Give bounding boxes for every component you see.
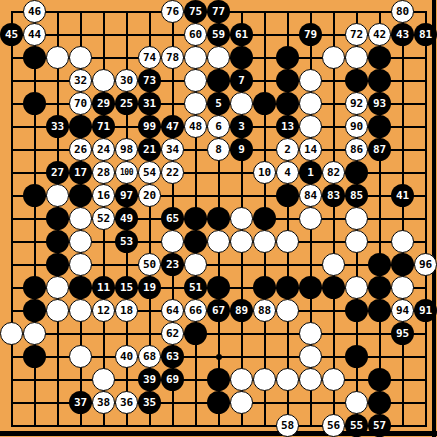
black-stone[interactable] (345, 299, 368, 322)
white-stone[interactable] (253, 368, 276, 391)
white-stone-move-90[interactable]: 90 (345, 115, 368, 138)
white-stone[interactable] (230, 230, 253, 253)
white-stone[interactable] (299, 115, 322, 138)
white-stone[interactable] (322, 46, 345, 69)
white-stone-move-38[interactable]: 38 (92, 391, 115, 414)
black-stone-move-47[interactable]: 47 (161, 115, 184, 138)
white-stone[interactable] (69, 253, 92, 276)
white-stone-move-74[interactable]: 74 (138, 46, 161, 69)
black-stone-move-67[interactable]: 67 (207, 299, 230, 322)
black-stone-move-25[interactable]: 25 (115, 92, 138, 115)
white-stone[interactable] (92, 368, 115, 391)
black-stone[interactable] (368, 69, 391, 92)
white-stone[interactable] (391, 276, 414, 299)
black-stone-move-93[interactable]: 93 (368, 92, 391, 115)
white-stone-move-2[interactable]: 2 (276, 138, 299, 161)
white-stone[interactable] (299, 345, 322, 368)
black-stone-move-39[interactable]: 39 (138, 368, 161, 391)
black-stone[interactable] (207, 207, 230, 230)
white-stone-move-42[interactable]: 42 (368, 23, 391, 46)
black-stone-move-85[interactable]: 85 (345, 184, 368, 207)
black-stone[interactable] (391, 253, 414, 276)
white-stone-move-68[interactable]: 68 (138, 345, 161, 368)
white-stone-move-34[interactable]: 34 (161, 138, 184, 161)
white-stone-move-24[interactable]: 24 (92, 138, 115, 161)
white-stone-move-80[interactable]: 80 (391, 0, 414, 23)
white-stone[interactable] (230, 391, 253, 414)
white-stone-move-52[interactable]: 52 (92, 207, 115, 230)
black-stone-move-55[interactable]: 55 (345, 414, 368, 437)
white-stone[interactable] (253, 230, 276, 253)
black-stone[interactable] (368, 276, 391, 299)
black-stone-move-53[interactable]: 53 (115, 230, 138, 253)
white-stone-move-88[interactable]: 88 (253, 299, 276, 322)
white-stone[interactable] (184, 92, 207, 115)
white-stone-move-18[interactable]: 18 (115, 299, 138, 322)
white-stone[interactable] (345, 230, 368, 253)
white-stone-move-50[interactable]: 50 (138, 253, 161, 276)
white-stone[interactable] (345, 391, 368, 414)
black-stone-move-7[interactable]: 7 (230, 69, 253, 92)
black-stone[interactable] (46, 207, 69, 230)
white-stone-move-60[interactable]: 60 (184, 23, 207, 46)
black-stone-move-5[interactable]: 5 (207, 92, 230, 115)
white-stone-move-36[interactable]: 36 (115, 391, 138, 414)
black-stone-move-71[interactable]: 71 (92, 115, 115, 138)
black-stone-move-89[interactable]: 89 (230, 299, 253, 322)
white-stone[interactable] (46, 299, 69, 322)
black-stone-move-73[interactable]: 73 (138, 69, 161, 92)
black-stone-move-27[interactable]: 27 (46, 161, 69, 184)
black-stone-move-95[interactable]: 95 (391, 322, 414, 345)
black-stone[interactable] (299, 276, 322, 299)
black-stone-move-21[interactable]: 21 (138, 138, 161, 161)
white-stone-move-20[interactable]: 20 (138, 184, 161, 207)
black-stone[interactable] (184, 207, 207, 230)
black-stone[interactable] (276, 276, 299, 299)
black-stone-move-43[interactable]: 43 (391, 23, 414, 46)
white-stone[interactable] (322, 368, 345, 391)
black-stone[interactable] (23, 345, 46, 368)
white-stone[interactable] (92, 69, 115, 92)
white-stone-move-14[interactable]: 14 (299, 138, 322, 161)
white-stone-move-58[interactable]: 58 (276, 414, 299, 437)
black-stone-move-81[interactable]: 81 (414, 23, 437, 46)
white-stone[interactable] (276, 230, 299, 253)
white-stone[interactable] (276, 368, 299, 391)
white-stone-move-70[interactable]: 70 (69, 92, 92, 115)
black-stone-move-23[interactable]: 23 (161, 253, 184, 276)
black-stone-move-69[interactable]: 69 (161, 368, 184, 391)
black-stone-move-31[interactable]: 31 (138, 92, 161, 115)
black-stone-move-45[interactable]: 45 (0, 23, 23, 46)
black-stone[interactable] (345, 69, 368, 92)
black-stone-move-99[interactable]: 99 (138, 115, 161, 138)
black-stone-move-11[interactable]: 11 (92, 276, 115, 299)
white-stone[interactable] (345, 276, 368, 299)
black-stone-move-3[interactable]: 3 (230, 115, 253, 138)
black-stone[interactable] (46, 253, 69, 276)
black-stone-move-49[interactable]: 49 (115, 207, 138, 230)
black-stone[interactable] (253, 92, 276, 115)
white-stone[interactable] (230, 92, 253, 115)
black-stone[interactable] (322, 276, 345, 299)
white-stone[interactable] (46, 184, 69, 207)
black-stone[interactable] (207, 368, 230, 391)
white-stone[interactable] (207, 46, 230, 69)
white-stone-move-4[interactable]: 4 (276, 161, 299, 184)
white-stone-move-78[interactable]: 78 (161, 46, 184, 69)
white-stone[interactable] (161, 230, 184, 253)
white-stone[interactable] (184, 46, 207, 69)
black-stone[interactable] (69, 184, 92, 207)
black-stone-move-19[interactable]: 19 (138, 276, 161, 299)
white-stone[interactable] (322, 253, 345, 276)
white-stone[interactable] (391, 230, 414, 253)
white-stone-move-32[interactable]: 32 (69, 69, 92, 92)
white-stone[interactable] (46, 276, 69, 299)
white-stone-move-8[interactable]: 8 (207, 138, 230, 161)
white-stone-move-46[interactable]: 46 (23, 0, 46, 23)
black-stone[interactable] (230, 46, 253, 69)
black-stone[interactable] (207, 391, 230, 414)
white-stone-move-22[interactable]: 22 (161, 161, 184, 184)
black-stone[interactable] (253, 207, 276, 230)
white-stone[interactable] (299, 69, 322, 92)
go-board[interactable]: 4676757780454460596179724243817478323073… (0, 0, 437, 437)
white-stone[interactable] (299, 368, 322, 391)
white-stone-move-98[interactable]: 98 (115, 138, 138, 161)
white-stone[interactable] (299, 322, 322, 345)
white-stone-move-28[interactable]: 28 (92, 161, 115, 184)
white-stone[interactable] (69, 299, 92, 322)
black-stone-move-57[interactable]: 57 (368, 414, 391, 437)
black-stone[interactable] (368, 115, 391, 138)
white-stone[interactable] (184, 253, 207, 276)
white-stone[interactable] (69, 46, 92, 69)
black-stone-move-1[interactable]: 1 (299, 161, 322, 184)
black-stone-move-33[interactable]: 33 (46, 115, 69, 138)
black-stone[interactable] (207, 276, 230, 299)
black-stone[interactable] (368, 299, 391, 322)
black-stone[interactable] (368, 391, 391, 414)
black-stone-move-15[interactable]: 15 (115, 276, 138, 299)
white-stone-move-26[interactable]: 26 (69, 138, 92, 161)
black-stone[interactable] (276, 92, 299, 115)
black-stone-move-9[interactable]: 9 (230, 138, 253, 161)
black-stone[interactable] (69, 276, 92, 299)
black-stone-move-63[interactable]: 63 (161, 345, 184, 368)
white-stone[interactable] (207, 230, 230, 253)
black-stone-move-79[interactable]: 79 (299, 23, 322, 46)
black-stone-move-91[interactable]: 91 (414, 299, 437, 322)
white-stone-move-6[interactable]: 6 (207, 115, 230, 138)
black-stone-move-97[interactable]: 97 (115, 184, 138, 207)
white-stone-move-84[interactable]: 84 (299, 184, 322, 207)
white-stone[interactable] (46, 46, 69, 69)
white-stone[interactable] (230, 368, 253, 391)
black-stone[interactable] (207, 69, 230, 92)
black-stone-move-87[interactable]: 87 (368, 138, 391, 161)
black-stone-move-61[interactable]: 61 (230, 23, 253, 46)
black-stone-move-41[interactable]: 41 (391, 184, 414, 207)
black-stone-move-37[interactable]: 37 (69, 391, 92, 414)
black-stone-move-35[interactable]: 35 (138, 391, 161, 414)
white-stone[interactable] (276, 299, 299, 322)
black-stone[interactable] (276, 69, 299, 92)
white-stone[interactable] (23, 322, 46, 345)
black-stone[interactable] (23, 276, 46, 299)
white-stone[interactable] (69, 207, 92, 230)
black-stone-move-75[interactable]: 75 (184, 0, 207, 23)
black-stone[interactable] (368, 368, 391, 391)
white-stone-move-82[interactable]: 82 (322, 161, 345, 184)
white-stone-move-10[interactable]: 10 (253, 161, 276, 184)
black-stone[interactable] (368, 46, 391, 69)
black-stone-move-13[interactable]: 13 (276, 115, 299, 138)
white-stone-move-40[interactable]: 40 (115, 345, 138, 368)
white-stone[interactable] (184, 69, 207, 92)
black-stone-move-51[interactable]: 51 (184, 276, 207, 299)
black-stone[interactable] (276, 184, 299, 207)
white-stone-move-76[interactable]: 76 (161, 0, 184, 23)
white-stone[interactable] (345, 207, 368, 230)
white-stone-move-44[interactable]: 44 (23, 23, 46, 46)
black-stone[interactable] (184, 230, 207, 253)
black-stone[interactable] (253, 276, 276, 299)
white-stone-move-62[interactable]: 62 (161, 322, 184, 345)
black-stone-move-65[interactable]: 65 (161, 207, 184, 230)
black-stone[interactable] (23, 299, 46, 322)
black-stone[interactable] (345, 161, 368, 184)
white-stone-move-100[interactable]: 100 (115, 161, 138, 184)
black-stone[interactable] (276, 46, 299, 69)
white-stone[interactable] (69, 345, 92, 368)
white-stone[interactable] (230, 207, 253, 230)
black-stone[interactable] (23, 184, 46, 207)
white-stone[interactable] (299, 207, 322, 230)
white-stone[interactable] (0, 322, 23, 345)
black-stone[interactable] (368, 253, 391, 276)
white-stone-move-92[interactable]: 92 (345, 92, 368, 115)
white-stone-move-30[interactable]: 30 (115, 69, 138, 92)
black-stone-move-59[interactable]: 59 (207, 23, 230, 46)
white-stone[interactable] (69, 230, 92, 253)
white-stone-move-86[interactable]: 86 (345, 138, 368, 161)
white-stone[interactable] (299, 92, 322, 115)
black-stone[interactable] (69, 115, 92, 138)
black-stone-move-17[interactable]: 17 (69, 161, 92, 184)
white-stone-move-66[interactable]: 66 (184, 299, 207, 322)
black-stone[interactable] (23, 46, 46, 69)
black-stone-move-83[interactable]: 83 (322, 184, 345, 207)
white-stone-move-64[interactable]: 64 (161, 299, 184, 322)
white-stone-move-72[interactable]: 72 (345, 23, 368, 46)
black-stone-move-29[interactable]: 29 (92, 92, 115, 115)
white-stone-move-56[interactable]: 56 (322, 414, 345, 437)
white-stone-move-54[interactable]: 54 (138, 161, 161, 184)
black-stone[interactable] (46, 230, 69, 253)
stones-layer: 4676757780454460596179724243817478323073… (0, 0, 437, 437)
white-stone-move-48[interactable]: 48 (184, 115, 207, 138)
white-stone-move-96[interactable]: 96 (414, 253, 437, 276)
black-stone[interactable] (184, 322, 207, 345)
white-stone[interactable] (345, 46, 368, 69)
white-stone-move-12[interactable]: 12 (92, 299, 115, 322)
white-stone-move-16[interactable]: 16 (92, 184, 115, 207)
white-stone-move-94[interactable]: 94 (391, 299, 414, 322)
black-stone[interactable] (23, 92, 46, 115)
black-stone[interactable] (345, 345, 368, 368)
black-stone-move-77[interactable]: 77 (207, 0, 230, 23)
